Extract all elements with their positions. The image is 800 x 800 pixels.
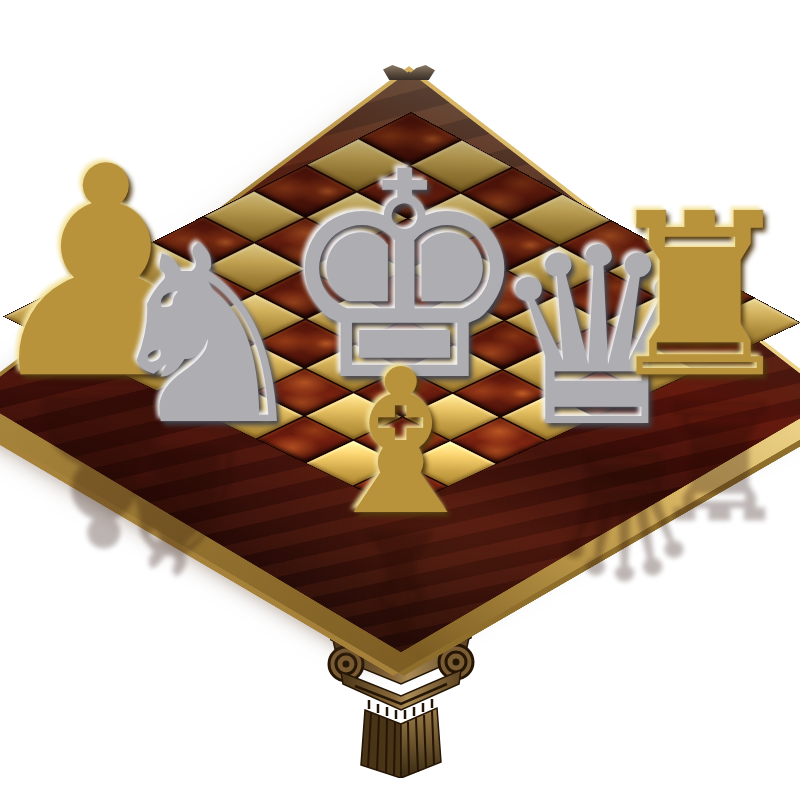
product-photo-stage: ♟♟♞♞♚♝♝♛♛♜♜ <box>0 0 800 800</box>
gold-rook-h7[interactable]: ♜ <box>570 184 800 409</box>
